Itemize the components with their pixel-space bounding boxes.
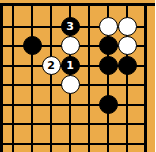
black-stone-r16[interactable] (99, 56, 118, 75)
black-stone-p16[interactable]: 1 (61, 56, 80, 75)
black-stone-r17[interactable] (99, 36, 118, 55)
intersection-s17 (118, 36, 137, 56)
go-board[interactable]: 321 (0, 0, 155, 152)
intersection-r17 (99, 36, 118, 56)
white-stone-s17[interactable] (118, 36, 137, 55)
white-stone-p15[interactable] (61, 75, 80, 94)
move-number-label: 1 (66, 60, 74, 71)
intersection-r18 (99, 17, 118, 37)
white-stone-r18[interactable] (99, 17, 118, 36)
intersection-p18: 3 (61, 17, 80, 37)
white-stone-s18[interactable] (118, 17, 137, 36)
black-stone-n17[interactable] (23, 36, 42, 55)
intersection-s18 (118, 17, 137, 37)
intersection-n17 (23, 36, 42, 56)
white-stone-p17[interactable] (61, 36, 80, 55)
intersection-p16: 1 (61, 56, 80, 76)
intersection-s16 (118, 56, 137, 76)
black-stone-p18[interactable]: 3 (61, 17, 80, 36)
black-stone-r14[interactable] (99, 95, 118, 114)
intersection-p17 (61, 36, 80, 56)
black-stone-s16[interactable] (118, 56, 137, 75)
intersection-o16: 2 (42, 56, 61, 76)
move-number-label: 3 (66, 21, 74, 32)
intersection-r14 (99, 95, 118, 115)
stones-grid: 321 (4, 0, 156, 152)
move-number-label: 2 (47, 60, 55, 71)
intersection-p15 (61, 75, 80, 95)
white-stone-o16[interactable]: 2 (42, 56, 61, 75)
intersection-r16 (99, 56, 118, 76)
